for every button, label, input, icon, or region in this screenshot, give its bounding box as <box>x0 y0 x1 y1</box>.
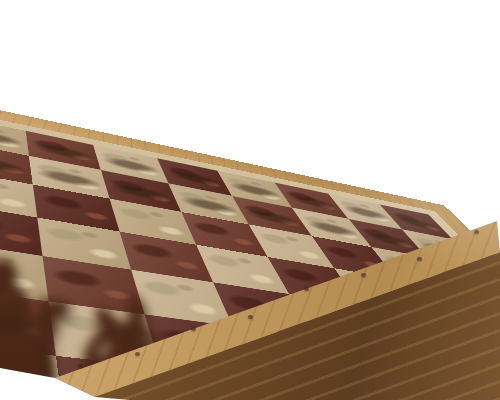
white-queen-glyph: ♛ <box>202 68 320 200</box>
white-pawn-glyph: ♟ <box>357 160 438 250</box>
white-pawn-glyph: ♟ <box>0 65 41 174</box>
white-pawn-glyph: ♟ <box>236 132 322 227</box>
white-king-glyph: ♚ <box>135 43 264 187</box>
white-pawn-glyph: ♟ <box>298 146 381 239</box>
square-c1: ♝ <box>274 183 348 219</box>
piece-shadow <box>100 154 161 176</box>
square-f3 <box>110 199 197 245</box>
photo-canvas: ♜♞♝♚♛♝♞♜♟♟♟♟♟♟♟♟♟♟♜♞ <box>0 0 500 400</box>
piece-shadow <box>177 194 240 217</box>
piece-shadow <box>339 203 393 223</box>
piece-shadow <box>303 218 362 240</box>
piece-shadow <box>0 151 27 176</box>
piece-shadow <box>360 229 418 250</box>
square-e1: ♚ <box>157 158 232 196</box>
white-bishop-glyph: ♝ <box>78 48 191 174</box>
white-bishop-glyph: ♝ <box>267 95 370 210</box>
piece-shadow <box>391 214 444 233</box>
square-c2: ♟ <box>292 208 371 247</box>
piece-shadow <box>109 181 174 205</box>
white-knight-glyph: ♞ <box>325 112 423 221</box>
square-f2: ♟ <box>101 170 181 212</box>
square-e2: ♟ <box>169 183 249 224</box>
piece-shadow <box>165 168 224 190</box>
piece-shadow <box>226 180 283 201</box>
white-pawn-glyph: ♟ <box>99 101 190 203</box>
square-d1: ♛ <box>217 171 292 208</box>
square-g1: ♞ <box>26 131 101 170</box>
white-pawn-glyph: ♟ <box>170 117 258 215</box>
piece-shadow <box>32 140 95 163</box>
piece-shadow <box>35 166 102 190</box>
square-f1: ♝ <box>93 145 168 184</box>
square-d2: ♟ <box>232 196 312 236</box>
square-h3 <box>0 169 37 217</box>
piece-shadow <box>242 206 303 228</box>
piece-shadow <box>284 192 340 212</box>
square-g2: ♟ <box>29 156 110 199</box>
white-rook-glyph: ♜ <box>383 137 468 231</box>
square-b1: ♞ <box>328 194 402 230</box>
square-d3 <box>249 224 335 268</box>
white-pawn-glyph: ♟ <box>24 84 118 189</box>
square-h2: ♟ <box>0 141 33 185</box>
square-a1: ♜ <box>380 204 453 239</box>
